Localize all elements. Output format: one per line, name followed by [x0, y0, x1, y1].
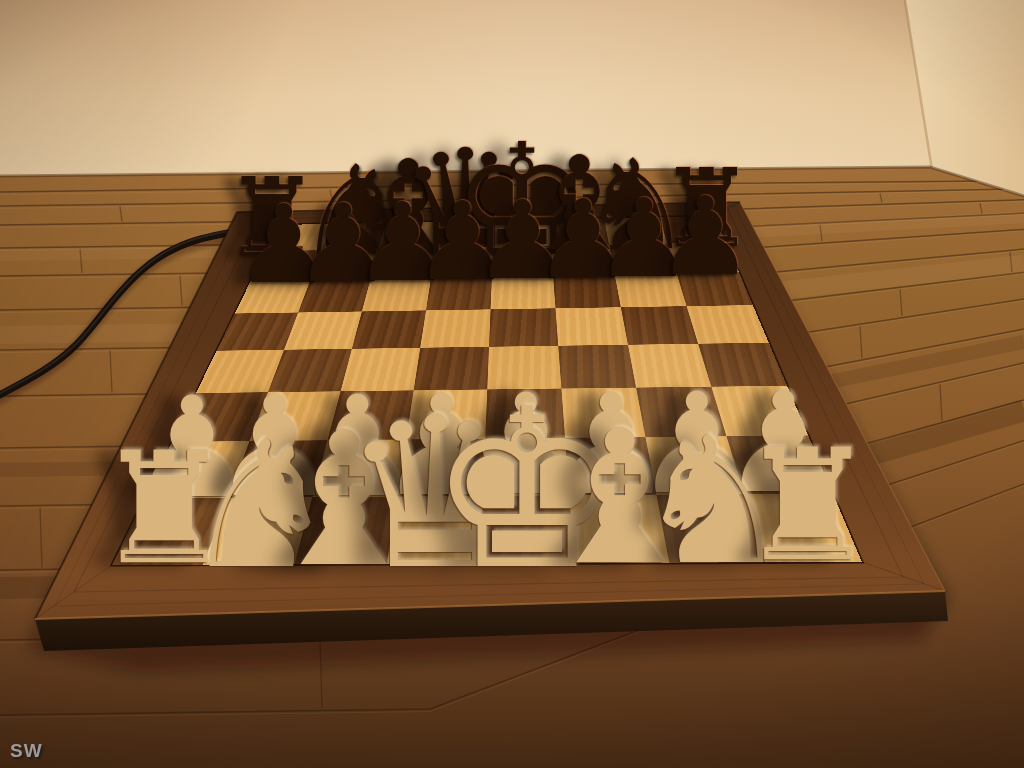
square-c3 — [328, 390, 414, 440]
square-f1 — [569, 495, 669, 563]
square-b7 — [311, 249, 379, 279]
square-c5 — [352, 310, 426, 348]
square-e7 — [492, 246, 553, 277]
square-f8 — [549, 218, 609, 245]
square-f2 — [565, 437, 656, 495]
square-h8 — [659, 216, 726, 244]
square-f7 — [551, 245, 615, 276]
square-b6 — [298, 278, 371, 312]
square-b5 — [284, 311, 362, 349]
square-d2 — [397, 439, 485, 497]
square-f6 — [553, 274, 621, 308]
square-g7 — [609, 244, 676, 275]
square-c4 — [341, 348, 421, 392]
square-d1 — [387, 496, 483, 564]
square-d8 — [436, 221, 495, 248]
square-c8 — [378, 222, 439, 249]
watermark: SW — [10, 740, 43, 762]
square-c6 — [362, 277, 431, 311]
square-e6 — [491, 275, 556, 309]
square-c7 — [371, 248, 436, 278]
square-h7 — [667, 242, 738, 273]
square-d4 — [414, 347, 489, 391]
square-e5 — [489, 308, 558, 346]
square-e1 — [480, 495, 574, 563]
square-e4 — [487, 346, 561, 390]
square-d7 — [431, 247, 493, 278]
square-g6 — [615, 273, 687, 307]
square-f5 — [555, 307, 627, 346]
square-g4 — [628, 344, 711, 388]
square-f3 — [561, 388, 645, 438]
square-f4 — [558, 345, 636, 389]
square-g5 — [621, 306, 698, 345]
square-d3 — [406, 389, 487, 439]
square-e2 — [483, 438, 569, 496]
square-e3 — [485, 389, 565, 439]
square-d6 — [426, 276, 492, 310]
square-b8 — [322, 223, 386, 250]
square-c2 — [312, 439, 406, 497]
photo-scene: ♜♞♝♛♚♝♞♜♟♟♟♟♟♟♟♟♟♟♟♟♟♟♟♟♜♞♝♛♚♝♞♜ SW — [0, 0, 1024, 768]
square-e8 — [493, 219, 551, 246]
square-g8 — [604, 217, 667, 245]
square-c1 — [294, 497, 397, 565]
square-d5 — [420, 309, 490, 347]
